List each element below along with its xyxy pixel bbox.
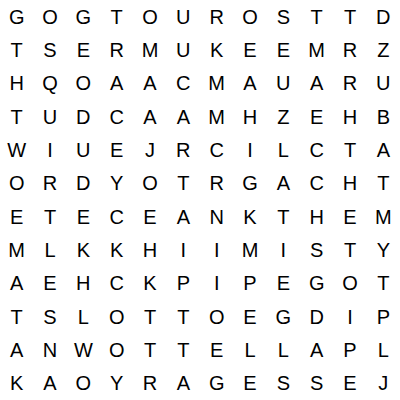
grid-cell[interactable]: R bbox=[200, 167, 233, 200]
grid-cell[interactable]: H bbox=[333, 100, 366, 133]
grid-cell[interactable]: L bbox=[233, 333, 266, 366]
grid-cell[interactable]: P bbox=[233, 267, 266, 300]
grid-cell[interactable]: U bbox=[167, 33, 200, 66]
grid-cell[interactable]: K bbox=[67, 233, 100, 266]
grid-cell[interactable]: O bbox=[133, 167, 166, 200]
grid-cell[interactable]: O bbox=[67, 367, 100, 400]
grid-cell[interactable]: O bbox=[333, 267, 366, 300]
grid-cell[interactable]: K bbox=[133, 267, 166, 300]
grid-cell[interactable]: P bbox=[333, 333, 366, 366]
grid-cell[interactable]: E bbox=[267, 33, 300, 66]
grid-cell[interactable]: T bbox=[267, 200, 300, 233]
grid-cell[interactable]: G bbox=[0, 0, 33, 33]
grid-cell[interactable]: R bbox=[100, 33, 133, 66]
grid-cell[interactable]: Y bbox=[100, 367, 133, 400]
grid-cell[interactable]: A bbox=[167, 367, 200, 400]
grid-cell[interactable]: K bbox=[100, 233, 133, 266]
grid-cell[interactable]: M bbox=[233, 233, 266, 266]
grid-cell[interactable]: T bbox=[300, 0, 333, 33]
grid-cell[interactable]: A bbox=[133, 67, 166, 100]
grid-cell[interactable]: L bbox=[367, 333, 400, 366]
grid-cell[interactable]: P bbox=[167, 267, 200, 300]
grid-cell[interactable]: O bbox=[100, 300, 133, 333]
grid-cell[interactable]: H bbox=[300, 200, 333, 233]
grid-cell[interactable]: A bbox=[367, 133, 400, 166]
grid-cell[interactable]: L bbox=[267, 133, 300, 166]
grid-cell[interactable]: B bbox=[367, 100, 400, 133]
grid-cell[interactable]: O bbox=[100, 333, 133, 366]
grid-cell[interactable]: H bbox=[133, 233, 166, 266]
grid-cell[interactable]: A bbox=[167, 100, 200, 133]
grid-cell[interactable]: T bbox=[367, 267, 400, 300]
grid-cell[interactable]: N bbox=[200, 200, 233, 233]
word-search-board: GOGTOUROSTTDTSERMUKEEMRZHQOAACMAUARUTUDC… bbox=[0, 0, 400, 400]
grid-cell[interactable]: M bbox=[367, 200, 400, 233]
grid-cell[interactable]: U bbox=[67, 133, 100, 166]
grid-cell[interactable]: G bbox=[200, 367, 233, 400]
grid-cell[interactable]: S bbox=[33, 33, 66, 66]
grid-cell[interactable]: P bbox=[367, 300, 400, 333]
grid-cell[interactable]: H bbox=[67, 267, 100, 300]
grid-cell[interactable]: H bbox=[233, 100, 266, 133]
grid-cell[interactable]: T bbox=[167, 167, 200, 200]
grid-cell[interactable]: W bbox=[0, 133, 33, 166]
grid-cell[interactable]: O bbox=[133, 0, 166, 33]
grid-cell[interactable]: T bbox=[333, 233, 366, 266]
grid-cell[interactable]: K bbox=[0, 367, 33, 400]
grid-cell[interactable]: C bbox=[100, 100, 133, 133]
grid-cell[interactable]: T bbox=[167, 300, 200, 333]
grid-cell[interactable]: O bbox=[33, 0, 66, 33]
grid-cell[interactable]: E bbox=[100, 133, 133, 166]
grid-cell[interactable]: A bbox=[0, 333, 33, 366]
grid-cell[interactable]: A bbox=[0, 267, 33, 300]
grid-cell[interactable]: I bbox=[333, 300, 366, 333]
grid-cell[interactable]: G bbox=[233, 167, 266, 200]
grid-cell[interactable]: R bbox=[167, 133, 200, 166]
grid-cell[interactable]: O bbox=[67, 67, 100, 100]
grid-cell[interactable]: H bbox=[333, 167, 366, 200]
grid-cell[interactable]: D bbox=[367, 0, 400, 33]
grid-cell[interactable]: T bbox=[0, 300, 33, 333]
grid-cell[interactable]: I bbox=[200, 233, 233, 266]
grid-cell[interactable]: A bbox=[267, 167, 300, 200]
grid-cell[interactable]: E bbox=[133, 200, 166, 233]
grid-cell[interactable]: M bbox=[200, 67, 233, 100]
grid-cell[interactable]: C bbox=[100, 200, 133, 233]
grid-cell[interactable]: R bbox=[333, 33, 366, 66]
grid-cell[interactable]: J bbox=[367, 367, 400, 400]
grid-cell[interactable]: M bbox=[0, 233, 33, 266]
grid-cell[interactable]: G bbox=[267, 300, 300, 333]
grid-cell[interactable]: A bbox=[300, 333, 333, 366]
grid-cell[interactable]: O bbox=[200, 300, 233, 333]
grid-cell[interactable]: C bbox=[167, 67, 200, 100]
grid-cell[interactable]: M bbox=[300, 33, 333, 66]
grid-cell[interactable]: I bbox=[200, 267, 233, 300]
grid-cell[interactable]: S bbox=[267, 367, 300, 400]
grid-cell[interactable]: M bbox=[133, 33, 166, 66]
grid-cell[interactable]: S bbox=[33, 300, 66, 333]
grid-cell[interactable]: R bbox=[33, 167, 66, 200]
grid-cell[interactable]: W bbox=[67, 333, 100, 366]
grid-cell[interactable]: O bbox=[0, 167, 33, 200]
grid-cell[interactable]: T bbox=[333, 0, 366, 33]
grid-cell[interactable]: T bbox=[133, 333, 166, 366]
grid-cell[interactable]: S bbox=[267, 0, 300, 33]
grid-cell[interactable]: I bbox=[167, 233, 200, 266]
grid-cell[interactable]: E bbox=[267, 267, 300, 300]
grid-cell[interactable]: D bbox=[67, 100, 100, 133]
grid-cell[interactable]: I bbox=[233, 133, 266, 166]
grid-cell[interactable]: K bbox=[233, 200, 266, 233]
grid-cell[interactable]: C bbox=[300, 167, 333, 200]
grid-cell[interactable]: E bbox=[67, 200, 100, 233]
grid-cell[interactable]: C bbox=[300, 133, 333, 166]
grid-cell[interactable]: Z bbox=[367, 33, 400, 66]
grid-cell[interactable]: O bbox=[233, 0, 266, 33]
grid-cell[interactable]: L bbox=[267, 333, 300, 366]
grid-cell[interactable]: E bbox=[233, 33, 266, 66]
grid-cell[interactable]: J bbox=[133, 133, 166, 166]
grid-cell[interactable]: M bbox=[200, 100, 233, 133]
grid-cell[interactable]: A bbox=[100, 67, 133, 100]
grid-cell[interactable]: G bbox=[300, 267, 333, 300]
grid-cell[interactable]: A bbox=[167, 200, 200, 233]
grid-cell[interactable]: A bbox=[33, 367, 66, 400]
grid-cell[interactable]: C bbox=[100, 267, 133, 300]
grid-cell[interactable]: E bbox=[67, 33, 100, 66]
grid-cell[interactable]: E bbox=[233, 300, 266, 333]
grid-cell[interactable]: E bbox=[333, 367, 366, 400]
grid-cell[interactable]: T bbox=[333, 133, 366, 166]
grid-cell[interactable]: T bbox=[367, 167, 400, 200]
grid-cell[interactable]: T bbox=[0, 100, 33, 133]
grid-cell[interactable]: K bbox=[200, 33, 233, 66]
grid-cell[interactable]: A bbox=[233, 67, 266, 100]
grid-cell[interactable]: R bbox=[133, 367, 166, 400]
grid-cell[interactable]: T bbox=[0, 33, 33, 66]
grid-cell[interactable]: S bbox=[300, 367, 333, 400]
grid-cell[interactable]: T bbox=[33, 200, 66, 233]
grid-cell[interactable]: T bbox=[133, 300, 166, 333]
grid-cell[interactable]: E bbox=[233, 367, 266, 400]
grid-cell[interactable]: D bbox=[67, 167, 100, 200]
grid-cell[interactable]: S bbox=[300, 233, 333, 266]
grid-cell[interactable]: L bbox=[67, 300, 100, 333]
grid-cell[interactable]: A bbox=[133, 100, 166, 133]
grid-cell[interactable]: Z bbox=[267, 100, 300, 133]
grid-cell[interactable]: E bbox=[333, 200, 366, 233]
grid-cell[interactable]: H bbox=[0, 67, 33, 100]
grid-cell[interactable]: U bbox=[33, 100, 66, 133]
grid-cell[interactable]: D bbox=[300, 300, 333, 333]
grid-cell[interactable]: I bbox=[33, 133, 66, 166]
grid-cell[interactable]: E bbox=[300, 100, 333, 133]
grid-cell[interactable]: C bbox=[200, 133, 233, 166]
grid-cell[interactable]: Y bbox=[100, 167, 133, 200]
grid-cell[interactable]: R bbox=[333, 67, 366, 100]
word-search-puzzle: GOGTOUROSTTDTSERMUKEEMRZHQOAACMAUARUTUDC… bbox=[0, 0, 400, 400]
grid-cell[interactable]: R bbox=[200, 0, 233, 33]
grid-cell[interactable]: E bbox=[33, 267, 66, 300]
grid-cell[interactable]: T bbox=[167, 333, 200, 366]
grid-cell[interactable]: T bbox=[100, 0, 133, 33]
grid-cell[interactable]: U bbox=[267, 67, 300, 100]
grid-cell[interactable]: E bbox=[200, 333, 233, 366]
grid-cell[interactable]: G bbox=[67, 0, 100, 33]
grid-cell[interactable]: E bbox=[0, 200, 33, 233]
grid-cell[interactable]: U bbox=[167, 0, 200, 33]
grid-cell[interactable]: L bbox=[33, 233, 66, 266]
grid-cell[interactable]: A bbox=[300, 67, 333, 100]
grid-cell[interactable]: Y bbox=[367, 233, 400, 266]
grid-cell[interactable]: I bbox=[267, 233, 300, 266]
grid-cell[interactable]: Q bbox=[33, 67, 66, 100]
grid-cell[interactable]: N bbox=[33, 333, 66, 366]
grid-cell[interactable]: U bbox=[367, 67, 400, 100]
